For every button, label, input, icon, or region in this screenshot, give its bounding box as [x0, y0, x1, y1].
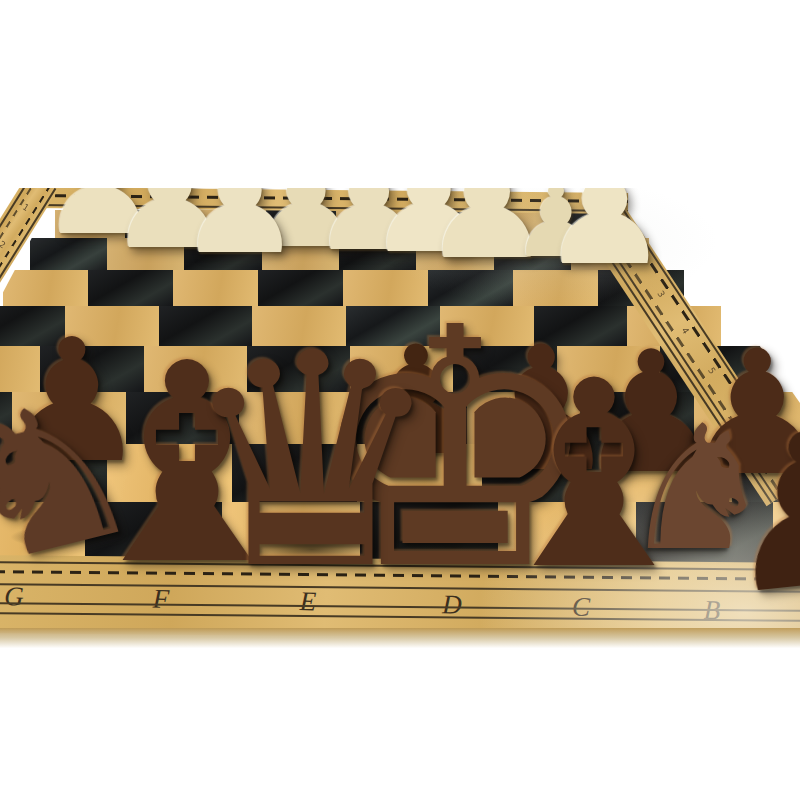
chess-set-photo: 1234567 12 GFEDCB ♟♟♟♟♟♟♟♟♟♟♟♟♟♟♞♞♝♚♛♝♟: [0, 188, 800, 650]
rank-number-left-1: 1: [21, 203, 31, 214]
dark-queen-e8: ♛: [180, 315, 444, 610]
product-photo-canvas: 1234567 12 GFEDCB ♟♟♟♟♟♟♟♟♟♟♟♟♟♟♞♞♝♚♛♝♟: [0, 0, 800, 800]
cream-pawn-far-3: ♟: [177, 188, 303, 274]
rank-number-left-2: 2: [0, 240, 7, 251]
dark-bishop-c8: ♝: [478, 347, 709, 605]
square-h3: [3, 270, 88, 306]
